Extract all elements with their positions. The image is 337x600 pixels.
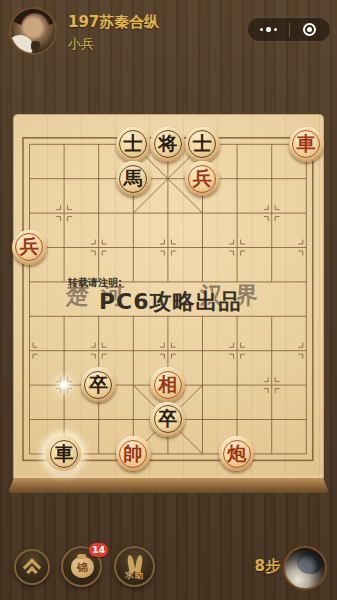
piece-layer: 士将士車馬兵兵卒相卒車帥炮 — [12, 127, 325, 472]
piece-red-chariot[interactable]: 車 — [289, 127, 324, 162]
piece-red-elephant[interactable]: 相 — [150, 367, 185, 402]
piece-red-soldier[interactable]: 兵 — [12, 230, 47, 265]
board-cell: 卒 — [81, 368, 116, 402]
hint-bag-button[interactable]: 锦 14 — [61, 546, 102, 587]
board-cell: 相 — [150, 368, 185, 402]
piece-black-soldier[interactable]: 卒 — [150, 402, 185, 437]
board-cell: 馬 — [116, 161, 151, 195]
piece-black-horse[interactable]: 馬 — [116, 161, 151, 196]
ask-help-button[interactable]: 求助 — [114, 546, 155, 587]
piece-glyph: 卒 — [81, 367, 116, 402]
piece-glyph: 馬 — [116, 161, 151, 196]
piece-red-cannon[interactable]: 炮 — [219, 436, 254, 471]
board-cell: 帥 — [116, 437, 151, 471]
board-cell: 車 — [289, 127, 324, 161]
bag-character: 锦 — [71, 559, 95, 576]
piece-red-general[interactable]: 帥 — [116, 436, 151, 471]
piece-black-advisor[interactable]: 士 — [116, 127, 151, 162]
board-cell — [47, 368, 82, 402]
board-cell: 将 — [150, 127, 185, 161]
bag-count-badge: 14 — [89, 543, 108, 557]
expand-button[interactable] — [14, 549, 50, 585]
piece-glyph: 相 — [150, 367, 185, 402]
app-screen: 197苏秦合纵 小兵 楚河 汉界 转载请注明: PC6攻略出品 士将士車馬兵兵卒… — [0, 0, 337, 600]
piece-black-general[interactable]: 将 — [150, 127, 185, 162]
piece-black-chariot[interactable]: 車 — [46, 436, 81, 471]
piece-glyph: 将 — [150, 127, 185, 162]
move-hint-sparkle-icon[interactable] — [59, 380, 69, 390]
piece-glyph: 兵 — [185, 161, 220, 196]
piece-glyph: 卒 — [150, 402, 185, 437]
piece-red-soldier[interactable]: 兵 — [185, 161, 220, 196]
brocade-bag-icon: 锦 — [70, 556, 94, 579]
board-cell: 士 — [185, 127, 220, 161]
board-cell: 卒 — [150, 402, 185, 436]
piece-glyph: 車 — [46, 436, 81, 471]
board-cell: 士 — [116, 127, 151, 161]
player-avatar — [283, 546, 327, 590]
piece-glyph: 士 — [185, 127, 220, 162]
piece-glyph: 炮 — [219, 436, 254, 471]
piece-black-advisor[interactable]: 士 — [185, 127, 220, 162]
piece-glyph: 兵 — [12, 230, 47, 265]
piece-black-soldier[interactable]: 卒 — [81, 367, 116, 402]
board-cell: 炮 — [220, 437, 255, 471]
piece-glyph: 帥 — [116, 436, 151, 471]
board-cell: 兵 — [185, 161, 220, 195]
steps-remaining: 8步 — [238, 557, 280, 576]
avatar-swirl — [297, 552, 323, 574]
piece-glyph: 士 — [116, 127, 151, 162]
board-cell: 兵 — [12, 230, 47, 264]
board-cell: 車 — [47, 437, 82, 471]
help-label: 求助 — [116, 570, 153, 582]
piece-glyph: 車 — [289, 127, 324, 162]
